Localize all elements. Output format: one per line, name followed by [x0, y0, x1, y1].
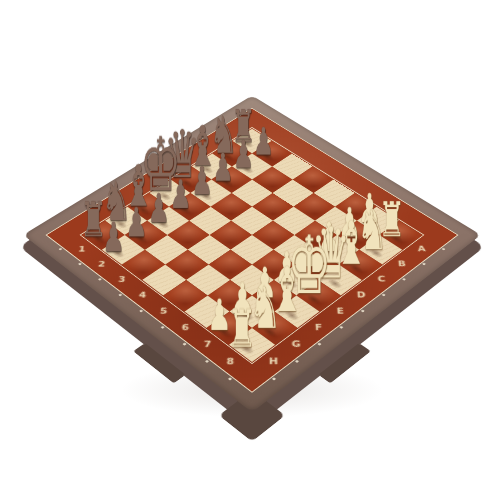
piece-bP-g7: ♟ — [125, 204, 147, 241]
chess-set-product-photo[interactable]: ♜♟♟♜♞♟♟♞♝♟♟♝♛♟♟♛♚♟♟♚♝♟♟♝♞♟♟♞♜♟♟♜ ABCDEFG… — [0, 0, 500, 500]
chess-board: ♜♟♟♜♞♟♟♞♝♟♟♝♛♟♟♛♚♟♟♚♝♟♟♝♞♟♟♞♜♟♟♜ ABCDEFG… — [23, 95, 481, 412]
piece-bP-b7: ♟ — [233, 137, 254, 172]
piece-bP-a7: ♟ — [253, 124, 274, 159]
piece-bP-c7: ♟ — [212, 150, 233, 185]
piece-wR-h1: ♜ — [227, 304, 256, 352]
piece-bP-e7: ♟ — [169, 177, 191, 213]
piece-bP-h7: ♟ — [102, 219, 125, 256]
piece-bP-f7: ♟ — [147, 190, 169, 227]
piece-bP-d7: ♟ — [191, 163, 213, 199]
scene: ♜♟♟♜♞♟♟♞♝♟♟♝♛♟♟♛♚♟♟♚♝♟♟♝♞♟♟♞♜♟♟♜ ABCDEFG… — [0, 0, 500, 500]
square-f6 — [167, 221, 209, 250]
